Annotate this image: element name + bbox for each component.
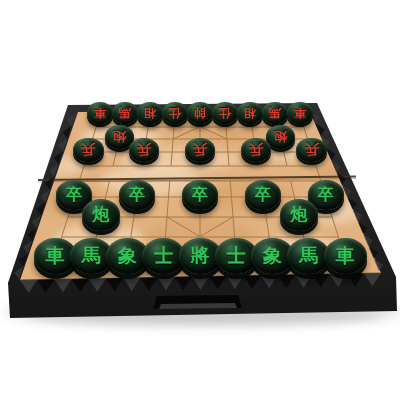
piece-red-chariot[interactable]: 車 bbox=[287, 102, 313, 123]
piece-glyph: 兵 bbox=[249, 143, 263, 157]
piece-red-cannon[interactable]: 炮 bbox=[266, 125, 295, 149]
piece-glyph: 卒 bbox=[129, 187, 145, 203]
piece-red-horse[interactable]: 馬 bbox=[262, 102, 288, 123]
piece-glyph: 炮 bbox=[113, 130, 126, 143]
piece-glyph: 卒 bbox=[255, 187, 271, 203]
piece-red-chariot[interactable]: 車 bbox=[87, 102, 113, 123]
piece-glyph: 卒 bbox=[192, 187, 208, 203]
xiangqi-set-photo: 車馬相仕帥仕相馬車炮炮兵兵兵兵兵卒卒卒卒卒炮炮車馬象士將士象馬車 bbox=[0, 0, 400, 400]
piece-red-elephant[interactable]: 相 bbox=[237, 102, 263, 123]
piece-glyph: 卒 bbox=[318, 187, 334, 203]
piece-glyph: 仕 bbox=[219, 107, 231, 119]
piece-glyph: 兵 bbox=[81, 143, 95, 157]
piece-glyph: 帥 bbox=[194, 107, 206, 119]
piece-glyph: 象 bbox=[118, 246, 137, 265]
piece-glyph: 車 bbox=[294, 107, 306, 119]
piece-green-soldier[interactable]: 卒 bbox=[245, 180, 281, 209]
piece-red-horse[interactable]: 馬 bbox=[112, 102, 138, 123]
piece-red-advisor[interactable]: 仕 bbox=[212, 102, 238, 123]
piece-green-cannon[interactable]: 炮 bbox=[280, 199, 318, 230]
piece-red-soldier[interactable]: 兵 bbox=[241, 138, 271, 163]
piece-glyph: 馬 bbox=[269, 107, 281, 119]
piece-glyph: 炮 bbox=[291, 206, 308, 223]
piece-red-soldier[interactable]: 兵 bbox=[296, 138, 326, 163]
piece-glyph: 士 bbox=[154, 246, 173, 265]
piece-glyph: 將 bbox=[191, 246, 210, 265]
piece-glyph: 炮 bbox=[92, 206, 109, 223]
piece-glyph: 車 bbox=[336, 246, 355, 265]
piece-green-soldier[interactable]: 卒 bbox=[182, 180, 218, 209]
piece-glyph: 卒 bbox=[66, 187, 82, 203]
piece-red-general[interactable]: 帥 bbox=[187, 102, 213, 123]
piece-red-advisor[interactable]: 仕 bbox=[162, 102, 188, 123]
piece-green-chariot[interactable]: 車 bbox=[324, 238, 367, 273]
piece-glyph: 車 bbox=[94, 107, 106, 119]
piece-glyph: 兵 bbox=[137, 143, 151, 157]
piece-glyph: 兵 bbox=[305, 143, 319, 157]
piece-glyph: 仕 bbox=[169, 107, 181, 119]
piece-green-cannon[interactable]: 炮 bbox=[82, 199, 120, 230]
piece-glyph: 相 bbox=[144, 107, 156, 119]
piece-glyph: 馬 bbox=[82, 246, 101, 265]
piece-glyph: 車 bbox=[46, 246, 65, 265]
piece-glyph: 炮 bbox=[274, 130, 287, 143]
piece-glyph: 兵 bbox=[193, 143, 207, 157]
piece-glyph: 馬 bbox=[119, 107, 131, 119]
piece-glyph: 士 bbox=[227, 246, 246, 265]
piece-glyph: 相 bbox=[244, 107, 256, 119]
piece-red-elephant[interactable]: 相 bbox=[137, 102, 163, 123]
piece-green-soldier[interactable]: 卒 bbox=[119, 180, 155, 209]
piece-glyph: 馬 bbox=[299, 246, 318, 265]
piece-glyph: 象 bbox=[263, 246, 282, 265]
piece-red-soldier[interactable]: 兵 bbox=[73, 138, 103, 163]
